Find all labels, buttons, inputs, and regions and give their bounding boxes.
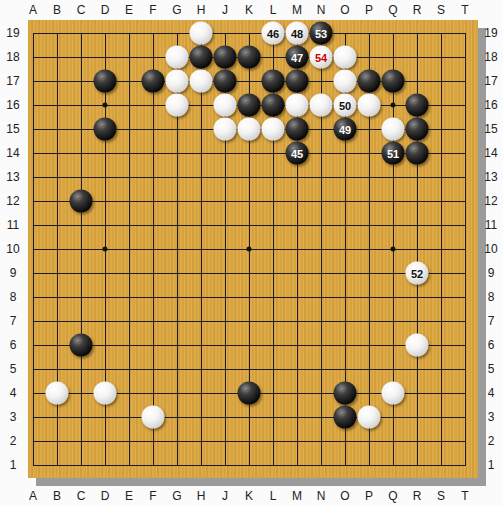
stone-black-M14[interactable]: 45	[286, 142, 309, 165]
col-label-bottom-B: B	[53, 490, 61, 502]
col-label-bottom-F: F	[149, 490, 156, 502]
stone-black-K16[interactable]	[238, 94, 261, 117]
stone-white-G18[interactable]	[166, 46, 189, 69]
stone-black-H18[interactable]	[190, 46, 213, 69]
col-label-bottom-Q: Q	[388, 490, 397, 502]
col-label-top-C: C	[77, 4, 86, 16]
col-label-bottom-D: D	[101, 490, 110, 502]
col-label-bottom-K: K	[245, 490, 253, 502]
row-label-right-3: 3	[488, 411, 495, 423]
stone-black-K18[interactable]	[238, 46, 261, 69]
star-point-K10	[247, 247, 252, 252]
row-label-right-2: 2	[488, 435, 495, 447]
row-label-left-2: 2	[10, 435, 17, 447]
row-label-right-18: 18	[484, 51, 497, 63]
col-label-top-B: B	[53, 4, 61, 16]
row-label-left-10: 10	[6, 243, 19, 255]
row-label-left-14: 14	[6, 147, 19, 159]
go-board[interactable]: 46485347545049455152	[28, 20, 478, 478]
col-label-top-T: T	[461, 4, 468, 16]
stone-black-C6[interactable]	[70, 334, 93, 357]
col-label-bottom-P: P	[365, 490, 373, 502]
star-point-Q10	[391, 247, 396, 252]
col-label-top-A: A	[29, 4, 37, 16]
row-label-right-1: 1	[488, 459, 495, 471]
row-label-right-4: 4	[488, 387, 495, 399]
stone-white-L15[interactable]	[262, 118, 285, 141]
col-label-bottom-S: S	[437, 490, 445, 502]
col-label-top-E: E	[125, 4, 133, 16]
stone-white-L19[interactable]: 46	[262, 22, 285, 45]
col-label-top-K: K	[245, 4, 253, 16]
col-label-bottom-A: A	[29, 490, 37, 502]
col-label-top-M: M	[292, 4, 302, 16]
star-point-D10	[103, 247, 108, 252]
stone-white-M19[interactable]: 48	[286, 22, 309, 45]
grid-vline-S	[441, 33, 442, 466]
row-label-right-13: 13	[484, 171, 497, 183]
grid-hline-6	[33, 345, 466, 346]
col-label-bottom-C: C	[77, 490, 86, 502]
move-number-48: 48	[291, 27, 303, 39]
row-label-left-11: 11	[7, 219, 19, 231]
stone-black-M18[interactable]: 47	[286, 46, 309, 69]
stone-black-L16[interactable]	[262, 94, 285, 117]
row-label-left-15: 15	[6, 123, 19, 135]
row-label-left-3: 3	[10, 411, 17, 423]
row-label-right-14: 14	[484, 147, 497, 159]
stone-white-D4[interactable]	[94, 382, 117, 405]
stone-black-R14[interactable]	[406, 142, 429, 165]
stone-white-P3[interactable]	[358, 406, 381, 429]
stone-white-O16[interactable]: 50	[334, 94, 357, 117]
grid-hline-3	[33, 417, 466, 418]
row-label-left-4: 4	[10, 387, 17, 399]
row-label-right-19: 19	[484, 27, 497, 39]
move-number-45: 45	[291, 147, 303, 159]
stone-white-N18[interactable]: 54	[310, 46, 333, 69]
col-label-top-L: L	[270, 4, 277, 16]
col-label-bottom-J: J	[222, 490, 228, 502]
row-label-right-17: 17	[484, 75, 497, 87]
stone-white-Q15[interactable]	[382, 118, 405, 141]
col-label-bottom-H: H	[197, 490, 206, 502]
stone-white-R9[interactable]: 52	[406, 262, 429, 285]
col-label-top-G: G	[172, 4, 181, 16]
col-label-top-F: F	[149, 4, 156, 16]
col-label-bottom-G: G	[172, 490, 181, 502]
stone-black-K4[interactable]	[238, 382, 261, 405]
row-label-right-8: 8	[488, 291, 495, 303]
row-label-left-9: 9	[10, 267, 17, 279]
move-number-50: 50	[339, 99, 351, 111]
col-label-top-R: R	[413, 4, 422, 16]
stone-black-P17[interactable]	[358, 70, 381, 93]
row-label-right-6: 6	[488, 339, 495, 351]
stone-black-Q17[interactable]	[382, 70, 405, 93]
grid-hline-8	[33, 297, 466, 298]
move-number-46: 46	[267, 27, 279, 39]
row-label-left-7: 7	[10, 315, 17, 327]
col-label-top-N: N	[317, 4, 326, 16]
row-label-right-12: 12	[484, 195, 497, 207]
stone-black-J17[interactable]	[214, 70, 237, 93]
stone-black-O15[interactable]: 49	[334, 118, 357, 141]
go-diagram: 46485347545049455152 AABBCCDDEEFFGGHHJJK…	[0, 0, 503, 506]
col-label-top-P: P	[365, 4, 373, 16]
stone-black-R15[interactable]	[406, 118, 429, 141]
stone-black-J18[interactable]	[214, 46, 237, 69]
row-label-left-17: 17	[6, 75, 19, 87]
stone-white-H17[interactable]	[190, 70, 213, 93]
col-label-bottom-L: L	[270, 490, 277, 502]
row-label-right-7: 7	[488, 315, 495, 327]
star-point-D16	[103, 103, 108, 108]
grid-hline-2	[33, 441, 466, 442]
stone-black-D17[interactable]	[94, 70, 117, 93]
row-label-left-8: 8	[10, 291, 17, 303]
stone-white-N16[interactable]	[310, 94, 333, 117]
star-point-Q16	[391, 103, 396, 108]
row-label-left-18: 18	[6, 51, 19, 63]
col-label-top-O: O	[340, 4, 349, 16]
move-number-53: 53	[315, 27, 327, 39]
stone-white-G17[interactable]	[166, 70, 189, 93]
col-label-bottom-T: T	[461, 490, 468, 502]
stone-white-H19[interactable]	[190, 22, 213, 45]
stone-white-B4[interactable]	[46, 382, 69, 405]
stone-black-Q14[interactable]: 51	[382, 142, 405, 165]
stone-black-O4[interactable]	[334, 382, 357, 405]
stone-white-O18[interactable]	[334, 46, 357, 69]
stone-black-L17[interactable]	[262, 70, 285, 93]
stone-white-M16[interactable]	[286, 94, 309, 117]
stone-black-C12[interactable]	[70, 190, 93, 213]
grid-hline-5	[33, 369, 466, 370]
stone-white-R6[interactable]	[406, 334, 429, 357]
stone-black-R16[interactable]	[406, 94, 429, 117]
stone-white-K15[interactable]	[238, 118, 261, 141]
row-label-left-16: 16	[6, 99, 19, 111]
row-label-left-1: 1	[10, 459, 17, 471]
move-number-51: 51	[387, 147, 399, 159]
grid-vline-T	[465, 33, 466, 466]
col-label-bottom-E: E	[125, 490, 133, 502]
stone-white-J15[interactable]	[214, 118, 237, 141]
stone-white-F3[interactable]	[142, 406, 165, 429]
col-label-bottom-M: M	[292, 490, 302, 502]
stone-black-D15[interactable]	[94, 118, 117, 141]
stone-black-M17[interactable]	[286, 70, 309, 93]
stone-white-Q4[interactable]	[382, 382, 405, 405]
col-label-top-D: D	[101, 4, 110, 16]
move-number-49: 49	[339, 123, 351, 135]
col-label-bottom-R: R	[413, 490, 422, 502]
col-label-top-J: J	[222, 4, 228, 16]
col-label-top-H: H	[197, 4, 206, 16]
stone-black-O3[interactable]	[334, 406, 357, 429]
row-label-left-12: 12	[6, 195, 19, 207]
grid-hline-7	[33, 321, 466, 322]
col-label-top-S: S	[437, 4, 445, 16]
row-label-left-13: 13	[6, 171, 19, 183]
stone-white-G16[interactable]	[166, 94, 189, 117]
row-label-right-15: 15	[484, 123, 497, 135]
stone-black-N19[interactable]: 53	[310, 22, 333, 45]
stone-white-J16[interactable]	[214, 94, 237, 117]
row-label-right-11: 11	[485, 219, 497, 231]
row-label-left-6: 6	[10, 339, 17, 351]
stone-white-P16[interactable]	[358, 94, 381, 117]
col-label-bottom-O: O	[340, 490, 349, 502]
row-label-left-19: 19	[6, 27, 19, 39]
grid-hline-1	[33, 465, 466, 466]
row-label-right-10: 10	[484, 243, 497, 255]
stone-white-O17[interactable]	[334, 70, 357, 93]
stone-black-F17[interactable]	[142, 70, 165, 93]
row-label-left-5: 5	[10, 363, 17, 375]
col-label-bottom-N: N	[317, 490, 326, 502]
move-number-54: 54	[315, 51, 327, 63]
row-label-right-9: 9	[488, 267, 495, 279]
move-number-52: 52	[411, 267, 423, 279]
move-number-47: 47	[291, 51, 303, 63]
row-label-right-5: 5	[488, 363, 495, 375]
grid-hline-9	[33, 273, 466, 274]
stone-black-M15[interactable]	[286, 118, 309, 141]
col-label-top-Q: Q	[388, 4, 397, 16]
row-label-right-16: 16	[484, 99, 497, 111]
